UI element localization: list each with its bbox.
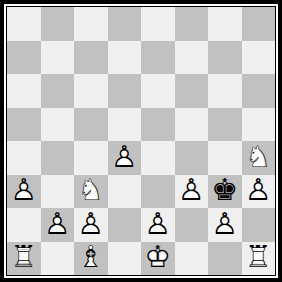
white-piece-outline: ♙ [10,175,37,205]
square-d3[interactable] [108,175,142,209]
white-knight: ♞♘ [74,175,108,209]
square-f5[interactable] [175,108,209,142]
white-piece-outline: ♖ [10,242,37,272]
white-pawn: ♟♙ [74,208,108,242]
square-a3[interactable]: ♟♙ [7,175,41,209]
square-f3[interactable]: ♟♙ [175,175,209,209]
black-king: ♚ [208,175,242,209]
chess-board-border: ♟♙♞♘♟♙♞♘♟♙♚♟♙♟♙♟♙♟♙♟♙♜♖♝♗♚♔♜♖ [6,6,276,276]
square-c2[interactable]: ♟♙ [74,208,108,242]
square-d7[interactable] [108,41,142,75]
white-piece-outline: ♔ [144,242,171,272]
square-a5[interactable] [7,108,41,142]
square-g8[interactable] [208,7,242,41]
white-rook: ♜♖ [7,242,41,276]
white-piece-outline: ♙ [44,209,71,239]
white-pawn: ♟♙ [7,175,41,209]
square-b1[interactable] [41,242,75,276]
square-e6[interactable] [141,74,175,108]
square-h5[interactable] [242,108,276,142]
square-g3[interactable]: ♚ [208,175,242,209]
square-b5[interactable] [41,108,75,142]
white-piece-outline: ♙ [77,209,104,239]
square-c6[interactable] [74,74,108,108]
white-pawn: ♟♙ [41,208,75,242]
square-c4[interactable] [74,141,108,175]
square-e8[interactable] [141,7,175,41]
square-f7[interactable] [175,41,209,75]
square-e1[interactable]: ♚♔ [141,242,175,276]
white-piece-outline: ♙ [178,175,205,205]
white-piece-outline: ♖ [245,242,272,272]
white-pawn: ♟♙ [108,141,142,175]
square-a4[interactable] [7,141,41,175]
white-pawn: ♟♙ [141,208,175,242]
white-piece-outline: ♙ [144,209,171,239]
square-d6[interactable] [108,74,142,108]
white-knight: ♞♘ [242,141,276,175]
square-f2[interactable] [175,208,209,242]
square-d5[interactable] [108,108,142,142]
black-piece-glyph: ♚ [211,175,238,205]
square-f1[interactable] [175,242,209,276]
square-c3[interactable]: ♞♘ [74,175,108,209]
white-piece-outline: ♘ [245,142,272,172]
square-h1[interactable]: ♜♖ [242,242,276,276]
white-piece-outline: ♘ [77,175,104,205]
white-piece-outline: ♙ [245,175,272,205]
square-a2[interactable] [7,208,41,242]
square-g1[interactable] [208,242,242,276]
square-h7[interactable] [242,41,276,75]
white-bishop: ♝♗ [74,242,108,276]
square-d4[interactable]: ♟♙ [108,141,142,175]
square-c7[interactable] [74,41,108,75]
square-b4[interactable] [41,141,75,175]
square-e2[interactable]: ♟♙ [141,208,175,242]
white-piece-outline: ♙ [111,142,138,172]
square-b3[interactable] [41,175,75,209]
square-e7[interactable] [141,41,175,75]
square-b7[interactable] [41,41,75,75]
square-f8[interactable] [175,7,209,41]
square-h8[interactable] [242,7,276,41]
white-piece-outline: ♗ [77,242,104,272]
white-pawn: ♟♙ [208,208,242,242]
white-pawn: ♟♙ [242,175,276,209]
white-pawn: ♟♙ [175,175,209,209]
chess-board: ♟♙♞♘♟♙♞♘♟♙♚♟♙♟♙♟♙♟♙♟♙♜♖♝♗♚♔♜♖ [7,7,275,275]
square-c5[interactable] [74,108,108,142]
white-king: ♚♔ [141,242,175,276]
square-b8[interactable] [41,7,75,41]
square-h3[interactable]: ♟♙ [242,175,276,209]
square-d2[interactable] [108,208,142,242]
square-h4[interactable]: ♞♘ [242,141,276,175]
square-g7[interactable] [208,41,242,75]
square-g4[interactable] [208,141,242,175]
square-c1[interactable]: ♝♗ [74,242,108,276]
square-g6[interactable] [208,74,242,108]
square-a6[interactable] [7,74,41,108]
square-b6[interactable] [41,74,75,108]
square-b2[interactable]: ♟♙ [41,208,75,242]
square-e5[interactable] [141,108,175,142]
square-e4[interactable] [141,141,175,175]
square-e3[interactable] [141,175,175,209]
chess-board-frame: ♟♙♞♘♟♙♞♘♟♙♚♟♙♟♙♟♙♟♙♟♙♜♖♝♗♚♔♜♖ [0,0,282,282]
square-a1[interactable]: ♜♖ [7,242,41,276]
square-f6[interactable] [175,74,209,108]
square-f4[interactable] [175,141,209,175]
square-g5[interactable] [208,108,242,142]
white-piece-outline: ♙ [211,209,238,239]
square-a7[interactable] [7,41,41,75]
square-d8[interactable] [108,7,142,41]
square-h2[interactable] [242,208,276,242]
white-rook: ♜♖ [242,242,276,276]
square-c8[interactable] [74,7,108,41]
square-d1[interactable] [108,242,142,276]
square-g2[interactable]: ♟♙ [208,208,242,242]
square-a8[interactable] [7,7,41,41]
square-h6[interactable] [242,74,276,108]
